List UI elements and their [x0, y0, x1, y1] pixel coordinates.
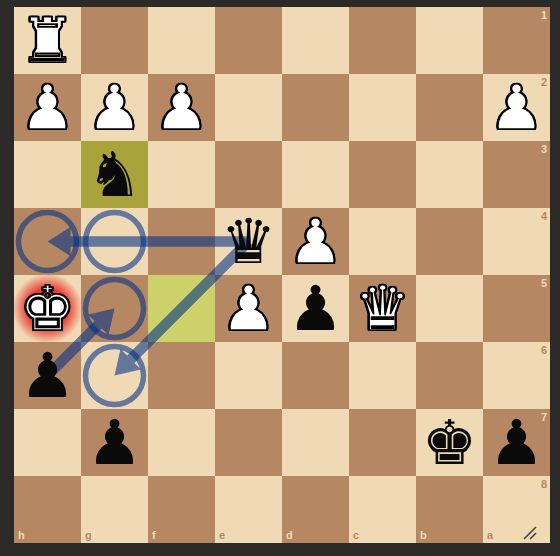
square-b4[interactable] [416, 208, 483, 275]
black-queen[interactable]: ♛ [215, 208, 282, 275]
square-g3[interactable]: ♞ [81, 141, 148, 208]
file-label-e: e [219, 529, 225, 541]
square-d7[interactable] [282, 409, 349, 476]
rank-label-1: 1 [541, 9, 547, 21]
square-g5[interactable] [81, 275, 148, 342]
square-h4[interactable] [14, 208, 81, 275]
rank-label-6: 6 [541, 344, 547, 356]
file-label-a: a [487, 529, 493, 541]
white-pawn[interactable]: ♟ [148, 74, 215, 141]
square-b1[interactable] [416, 7, 483, 74]
square-e5[interactable]: ♟ [215, 275, 282, 342]
square-a2[interactable]: 2♟ [483, 74, 550, 141]
square-c8[interactable]: c [349, 476, 416, 543]
square-a4[interactable]: 4 [483, 208, 550, 275]
square-c1[interactable] [349, 7, 416, 74]
square-h2[interactable]: ♟ [14, 74, 81, 141]
white-pawn[interactable]: ♟ [81, 74, 148, 141]
square-e4[interactable]: ♛ [215, 208, 282, 275]
resize-diagonal-lines [521, 524, 539, 542]
square-a3[interactable]: 3 [483, 141, 550, 208]
black-pawn[interactable]: ♟ [282, 275, 349, 342]
file-label-c: c [353, 529, 359, 541]
file-label-h: h [18, 529, 25, 541]
square-d1[interactable] [282, 7, 349, 74]
file-label-g: g [85, 529, 92, 541]
square-b3[interactable] [416, 141, 483, 208]
square-h3[interactable] [14, 141, 81, 208]
square-b5[interactable] [416, 275, 483, 342]
square-f2[interactable]: ♟ [148, 74, 215, 141]
rank-label-4: 4 [541, 210, 547, 222]
square-e1[interactable] [215, 7, 282, 74]
square-d4[interactable]: ♟ [282, 208, 349, 275]
square-g1[interactable] [81, 7, 148, 74]
square-e3[interactable] [215, 141, 282, 208]
square-d8[interactable]: d [282, 476, 349, 543]
black-pawn[interactable]: ♟ [483, 409, 550, 476]
rank-label-3: 3 [541, 143, 547, 155]
file-label-b: b [420, 529, 427, 541]
square-f4[interactable] [148, 208, 215, 275]
square-a6[interactable]: 6 [483, 342, 550, 409]
square-e2[interactable] [215, 74, 282, 141]
square-c2[interactable] [349, 74, 416, 141]
black-king[interactable]: ♚ [416, 409, 483, 476]
square-d2[interactable] [282, 74, 349, 141]
square-g2[interactable]: ♟ [81, 74, 148, 141]
black-pawn[interactable]: ♟ [81, 409, 148, 476]
resize-handle-icon[interactable] [521, 524, 539, 542]
square-d5[interactable]: ♟ [282, 275, 349, 342]
chess-board[interactable]: ♜1♟♟♟2♟♞3♛♟4♚♟♟♛5♟6♟♚7♟hgfedcba8 [14, 7, 550, 543]
black-knight[interactable]: ♞ [81, 141, 148, 208]
square-h8[interactable]: h [14, 476, 81, 543]
square-h6[interactable]: ♟ [14, 342, 81, 409]
square-b6[interactable] [416, 342, 483, 409]
square-c6[interactable] [349, 342, 416, 409]
file-label-f: f [152, 529, 156, 541]
rank-label-8: 8 [541, 478, 547, 490]
file-label-d: d [286, 529, 293, 541]
square-c4[interactable] [349, 208, 416, 275]
square-f1[interactable] [148, 7, 215, 74]
square-f3[interactable] [148, 141, 215, 208]
white-king[interactable]: ♚ [14, 275, 81, 342]
square-g4[interactable] [81, 208, 148, 275]
square-g8[interactable]: g [81, 476, 148, 543]
square-d6[interactable] [282, 342, 349, 409]
square-c5[interactable]: ♛ [349, 275, 416, 342]
square-c7[interactable] [349, 409, 416, 476]
square-e8[interactable]: e [215, 476, 282, 543]
square-b8[interactable]: b [416, 476, 483, 543]
square-d3[interactable] [282, 141, 349, 208]
square-a7[interactable]: 7♟ [483, 409, 550, 476]
white-pawn[interactable]: ♟ [14, 74, 81, 141]
square-c3[interactable] [349, 141, 416, 208]
square-g6[interactable] [81, 342, 148, 409]
square-h1[interactable]: ♜ [14, 7, 81, 74]
square-g7[interactable]: ♟ [81, 409, 148, 476]
square-f6[interactable] [148, 342, 215, 409]
square-b7[interactable]: ♚ [416, 409, 483, 476]
square-f7[interactable] [148, 409, 215, 476]
square-f8[interactable]: f [148, 476, 215, 543]
square-f5[interactable] [148, 275, 215, 342]
square-h5[interactable]: ♚ [14, 275, 81, 342]
square-a5[interactable]: 5 [483, 275, 550, 342]
square-h7[interactable] [14, 409, 81, 476]
square-e7[interactable] [215, 409, 282, 476]
rank-label-5: 5 [541, 277, 547, 289]
white-queen[interactable]: ♛ [349, 275, 416, 342]
white-pawn[interactable]: ♟ [215, 275, 282, 342]
square-a1[interactable]: 1 [483, 7, 550, 74]
white-pawn[interactable]: ♟ [282, 208, 349, 275]
white-rook[interactable]: ♜ [14, 7, 81, 74]
black-pawn[interactable]: ♟ [14, 342, 81, 409]
white-pawn[interactable]: ♟ [483, 74, 550, 141]
square-e6[interactable] [215, 342, 282, 409]
square-a8[interactable]: a8 [483, 476, 550, 543]
square-b2[interactable] [416, 74, 483, 141]
